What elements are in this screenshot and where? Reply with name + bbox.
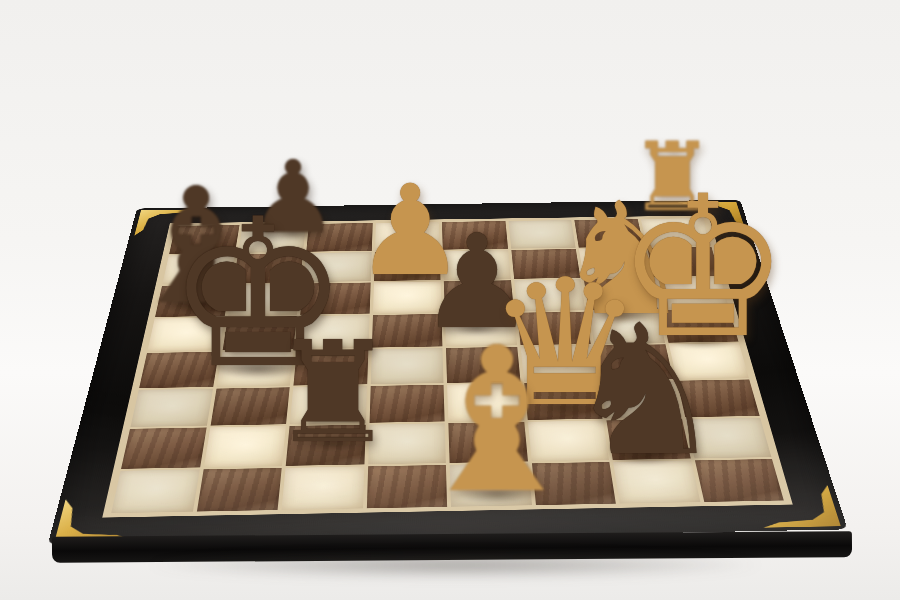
square-a2[interactable] — [121, 427, 206, 468]
light-bishop-e1[interactable]: ♝ — [407, 321, 586, 521]
square-b1[interactable] — [196, 468, 281, 512]
dark-rook-c2[interactable]: ♜ — [270, 323, 396, 463]
board-table-shadow — [40, 548, 870, 582]
square-a1[interactable] — [111, 469, 199, 513]
dark-knight-g1[interactable]: ♞ — [564, 301, 725, 481]
